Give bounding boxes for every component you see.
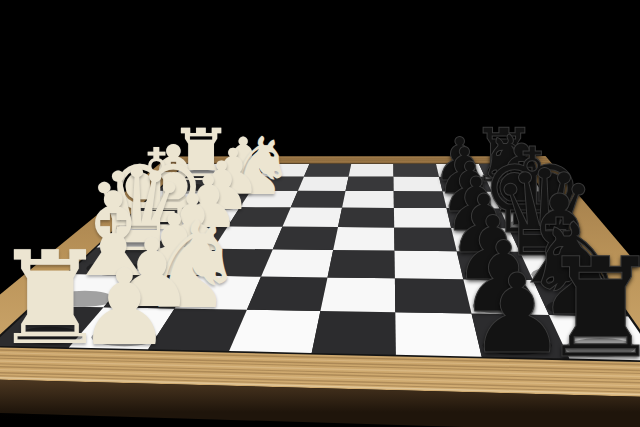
piece-shadow <box>169 183 208 194</box>
piece-shadow <box>500 200 544 212</box>
square-f5 <box>342 191 394 208</box>
piece-shadow <box>147 262 201 277</box>
square-b5 <box>320 277 395 312</box>
square-h3 <box>260 164 309 177</box>
square-b4 <box>247 277 328 312</box>
square-c5 <box>328 250 395 278</box>
piece-shadow <box>485 170 523 180</box>
square-a5 <box>312 311 396 355</box>
piece-shadow <box>91 328 157 346</box>
square-g4 <box>298 177 349 192</box>
piece-shadow <box>508 219 555 232</box>
piece-shadow <box>458 240 509 254</box>
square-d5 <box>333 227 394 251</box>
piece-shadow <box>134 216 179 228</box>
square-g3 <box>251 176 304 190</box>
square-h6 <box>393 164 439 177</box>
piece-shadow <box>519 240 570 254</box>
piece-shadow <box>465 266 521 281</box>
piece-shadow <box>153 198 195 209</box>
square-g5 <box>346 177 394 192</box>
square-c6 <box>395 251 464 280</box>
piece-shadow <box>448 200 491 212</box>
square-d6 <box>394 227 457 251</box>
piece-shadow <box>122 292 181 308</box>
piece-shadow <box>168 237 217 250</box>
piece-shadow <box>112 237 161 250</box>
piece-shadow <box>453 218 500 231</box>
square-d4 <box>273 227 338 250</box>
chess-scene: ♜♞♝♛♚♝♞♜♟♟♟♟♟♟♟♟♟♟♟♟♟♟♟♟♜♞♝♛♚♝♞♜ <box>0 0 640 427</box>
piece-shadow <box>483 336 552 355</box>
piece-shadow <box>492 184 533 195</box>
square-a6 <box>395 312 481 356</box>
square-e6 <box>394 208 451 228</box>
square-e4 <box>283 207 343 227</box>
square-f6 <box>394 191 447 208</box>
piece-shadow <box>441 170 479 180</box>
piece-shadow <box>183 170 220 180</box>
piece-shadow <box>565 338 635 357</box>
square-f4 <box>291 191 346 208</box>
piece-shadow <box>225 170 262 180</box>
square-h5 <box>349 164 394 177</box>
piece-shadow <box>86 261 139 275</box>
square-g6 <box>394 177 443 192</box>
square-h4 <box>304 164 351 177</box>
square-b6 <box>395 278 472 313</box>
piece-shadow <box>200 199 242 210</box>
piece-shadow <box>546 298 608 315</box>
piece-shadow <box>531 267 587 282</box>
square-c4 <box>261 249 333 277</box>
piece-shadow <box>473 297 535 314</box>
piece-shadow <box>55 291 114 307</box>
square-e5 <box>338 208 394 228</box>
piece-shadow <box>185 216 230 228</box>
piece-shadow <box>444 184 484 195</box>
piece-shadow <box>213 183 252 194</box>
chess-board <box>0 0 640 427</box>
piece-shadow <box>17 327 83 345</box>
